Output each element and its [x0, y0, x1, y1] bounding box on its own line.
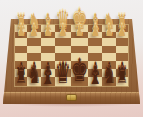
square: ♟ [88, 69, 102, 77]
square: ♛ [55, 77, 71, 86]
square [41, 38, 55, 45]
square [27, 61, 40, 69]
square: ♜ [15, 77, 27, 86]
square: ♟ [27, 69, 40, 77]
square [15, 38, 27, 45]
chess-set-photo: ♜♞♝♛♚♝♞♜♟♟♟♟♟♟♟♟♟♟♟♟♟♟♟♟♜♞♝♛♚♝♞♜ [0, 0, 143, 117]
square [71, 61, 88, 69]
square: ♟ [102, 32, 115, 39]
square [55, 61, 71, 69]
square [55, 38, 71, 45]
square [41, 53, 55, 61]
square [15, 46, 27, 54]
square: ♟ [41, 69, 55, 77]
square [71, 38, 88, 45]
square: ♟ [55, 32, 71, 39]
square: ♞ [27, 77, 40, 86]
square [88, 53, 102, 61]
square [27, 38, 40, 45]
square [55, 46, 71, 54]
square [71, 53, 88, 61]
square [88, 61, 102, 69]
square: ♟ [15, 32, 27, 39]
square: ♞ [102, 77, 115, 86]
square: ♜ [116, 77, 128, 86]
square: ♞ [27, 25, 40, 32]
square: ♟ [102, 69, 115, 77]
square [15, 61, 27, 69]
square [102, 38, 115, 45]
box-side-panel [3, 92, 140, 104]
square: ♜ [15, 25, 27, 32]
square: ♜ [116, 25, 128, 32]
folding-chess-box: ♜♞♝♛♚♝♞♜♟♟♟♟♟♟♟♟♟♟♟♟♟♟♟♟♜♞♝♛♚♝♞♜ [3, 19, 140, 104]
square [116, 53, 128, 61]
square [55, 53, 71, 61]
square: ♟ [88, 32, 102, 39]
square [116, 38, 128, 45]
square: ♟ [55, 69, 71, 77]
square [102, 53, 115, 61]
square: ♛ [55, 25, 71, 32]
square: ♝ [88, 77, 102, 86]
square: ♟ [116, 69, 128, 77]
square: ♚ [71, 77, 88, 86]
square [88, 46, 102, 54]
chess-board: ♜♞♝♛♚♝♞♜♟♟♟♟♟♟♟♟♟♟♟♟♟♟♟♟♜♞♝♛♚♝♞♜ [15, 25, 128, 86]
square: ♝ [41, 25, 55, 32]
square [102, 46, 115, 54]
square: ♞ [102, 25, 115, 32]
square: ♝ [88, 25, 102, 32]
square [41, 46, 55, 54]
square: ♟ [41, 32, 55, 39]
brass-clasp-icon [67, 95, 76, 100]
square [116, 61, 128, 69]
square [116, 46, 128, 54]
square: ♟ [71, 69, 88, 77]
square [71, 46, 88, 54]
square: ♚ [71, 25, 88, 32]
square [88, 38, 102, 45]
square [27, 46, 40, 54]
square: ♝ [41, 77, 55, 86]
square [102, 61, 115, 69]
square [27, 53, 40, 61]
square [15, 53, 27, 61]
square: ♟ [15, 69, 27, 77]
square: ♟ [71, 32, 88, 39]
square: ♟ [27, 32, 40, 39]
square [41, 61, 55, 69]
square: ♟ [116, 32, 128, 39]
